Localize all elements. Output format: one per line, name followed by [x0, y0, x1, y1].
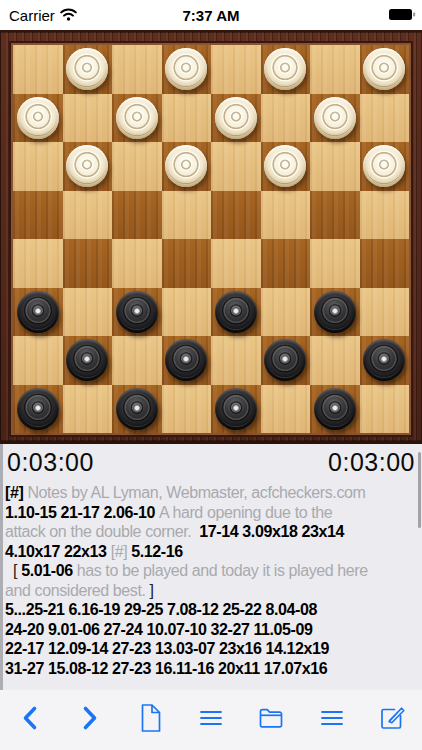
notation-line: 4.10x17 22x13 [#] 5.12-16	[5, 542, 422, 562]
square-r4c2[interactable]	[63, 191, 113, 240]
square-r7c6[interactable]	[261, 336, 311, 385]
square-r7c8[interactable]	[360, 336, 410, 385]
black-piece[interactable]	[314, 291, 356, 333]
move-text: [#]	[5, 484, 27, 501]
square-r1c2[interactable]	[63, 45, 113, 94]
square-r6c3[interactable]	[112, 288, 162, 337]
list-icon	[197, 706, 225, 730]
square-r8c7[interactable]	[310, 385, 360, 434]
white-clock: 0:03:00	[7, 448, 94, 477]
notation-line: 5...25-21 6.16-19 29-25 7.08-12 25-22 8.…	[5, 600, 422, 620]
square-r2c1[interactable]	[13, 94, 63, 143]
white-piece[interactable]	[66, 48, 108, 90]
square-r1c8[interactable]	[360, 45, 410, 94]
square-r8c4[interactable]	[162, 385, 212, 434]
annotation-text: attack on the double corner.	[5, 523, 191, 540]
forward-button[interactable]	[68, 696, 112, 740]
white-piece[interactable]	[264, 48, 306, 90]
annotation-text: A hard opening due to the	[159, 504, 332, 521]
black-piece[interactable]	[363, 339, 405, 381]
black-piece[interactable]	[264, 339, 306, 381]
square-r2c6[interactable]	[261, 94, 311, 143]
black-piece[interactable]	[17, 291, 59, 333]
square-r8c8[interactable]	[360, 385, 410, 434]
square-r5c7[interactable]	[310, 239, 360, 288]
square-r6c1[interactable]	[13, 288, 63, 337]
white-piece[interactable]	[17, 97, 59, 139]
white-piece[interactable]	[215, 97, 257, 139]
square-r3c5[interactable]	[211, 142, 261, 191]
white-piece[interactable]	[66, 145, 108, 187]
square-r4c7[interactable]	[310, 191, 360, 240]
square-r6c8[interactable]	[360, 288, 410, 337]
checkers-board	[0, 30, 422, 444]
square-r7c5[interactable]	[211, 336, 261, 385]
black-piece[interactable]	[165, 339, 207, 381]
square-r2c2[interactable]	[63, 94, 113, 143]
black-piece[interactable]	[215, 388, 257, 430]
square-r2c8[interactable]	[360, 94, 410, 143]
square-r5c2[interactable]	[63, 239, 113, 288]
notation-line: [ 5.01-06 has to be played and today it …	[5, 561, 422, 581]
square-r1c3[interactable]	[112, 45, 162, 94]
notation-line: 24-20 9.01-06 27-24 10.07-10 32-27 11.05…	[5, 620, 422, 640]
move-text: 31-27 15.08-12 27-23 16.11-16 20x11 17.0…	[5, 660, 327, 677]
square-r7c4[interactable]	[162, 336, 212, 385]
black-clock: 0:03:00	[328, 448, 415, 477]
white-piece[interactable]	[314, 97, 356, 139]
move-text: 5.12-16	[127, 543, 183, 560]
square-r8c3[interactable]	[112, 385, 162, 434]
square-r6c2[interactable]	[63, 288, 113, 337]
square-r2c3[interactable]	[112, 94, 162, 143]
white-piece[interactable]	[116, 97, 158, 139]
notation-line: 1.10-15 21-17 2.06-10 A hard opening due…	[5, 503, 422, 523]
compose-button[interactable]	[370, 696, 414, 740]
pane-edge-divider	[0, 444, 3, 697]
square-r8c2[interactable]	[63, 385, 113, 434]
annotation-text: Notes by AL Lyman, Webmaster, acfchecker…	[27, 484, 365, 501]
move-text: 22-17 12.09-14 27-23 13.03-07 23x16 14.1…	[5, 640, 329, 657]
square-r7c1[interactable]	[13, 336, 63, 385]
square-r4c5[interactable]	[211, 191, 261, 240]
square-r6c4[interactable]	[162, 288, 212, 337]
square-r2c4[interactable]	[162, 94, 212, 143]
square-r5c5[interactable]	[211, 239, 261, 288]
square-r4c8[interactable]	[360, 191, 410, 240]
move-text: [	[5, 562, 21, 579]
move-text: 24-20 9.01-06 27-24 10.07-10 32-27 11.05…	[5, 621, 313, 638]
square-r1c1[interactable]	[13, 45, 63, 94]
black-piece[interactable]	[116, 291, 158, 333]
square-r7c7[interactable]	[310, 336, 360, 385]
square-r4c4[interactable]	[162, 191, 212, 240]
folder-icon	[257, 706, 285, 730]
list-icon	[318, 706, 346, 730]
white-piece[interactable]	[363, 145, 405, 187]
open-folder-button[interactable]	[249, 696, 293, 740]
square-r4c3[interactable]	[112, 191, 162, 240]
screen: Carrier 7:37 AM 0:03:00 0:03:00	[0, 0, 422, 750]
bottom-toolbar	[0, 690, 422, 750]
square-r1c6[interactable]	[261, 45, 311, 94]
notation[interactable]: [#] Notes by AL Lyman, Webmaster, acfche…	[5, 483, 422, 678]
notation-line: 31-27 15.08-12 27-23 16.11-16 20x11 17.0…	[5, 659, 422, 679]
square-r3c8[interactable]	[360, 142, 410, 191]
square-r6c5[interactable]	[211, 288, 261, 337]
black-piece[interactable]	[17, 388, 59, 430]
square-r5c4[interactable]	[162, 239, 212, 288]
game-clocks: 0:03:00 0:03:00	[0, 444, 422, 480]
square-r5c8[interactable]	[360, 239, 410, 288]
square-r3c6[interactable]	[261, 142, 311, 191]
chevron-left-icon	[19, 705, 41, 731]
square-r2c5[interactable]	[211, 94, 261, 143]
square-r6c7[interactable]	[310, 288, 360, 337]
document-icon	[138, 703, 164, 733]
square-r5c3[interactable]	[112, 239, 162, 288]
notation-line: and considered best. ]	[5, 581, 422, 601]
square-r3c7[interactable]	[310, 142, 360, 191]
move-text: 17-14 3.09x18 23x14	[191, 523, 344, 540]
square-r8c6[interactable]	[261, 385, 311, 434]
move-text: 1.10-15 21-17 2.06-10	[5, 504, 159, 521]
clock-time: 7:37 AM	[0, 7, 422, 24]
battery-icon	[388, 8, 416, 21]
square-r7c3[interactable]	[112, 336, 162, 385]
notation-line: 22-17 12.09-14 27-23 13.03-07 23x16 14.1…	[5, 639, 422, 659]
move-text: 5.01-06	[21, 562, 77, 579]
white-piece[interactable]	[264, 145, 306, 187]
square-r8c1[interactable]	[13, 385, 63, 434]
square-r3c4[interactable]	[162, 142, 212, 191]
notation-line: attack on the double corner. 17-14 3.09x…	[5, 522, 422, 542]
white-piece[interactable]	[363, 48, 405, 90]
notation-line: [#] Notes by AL Lyman, Webmaster, acfche…	[5, 483, 422, 503]
square-r4c1[interactable]	[13, 191, 63, 240]
games-list-button[interactable]	[310, 696, 354, 740]
square-r8c5[interactable]	[211, 385, 261, 434]
move-text: 4.10x17 22x13	[5, 543, 111, 560]
moves-list-button[interactable]	[189, 696, 233, 740]
annotation-text: and considered best.	[5, 582, 150, 599]
compose-icon	[378, 704, 406, 732]
move-text: 5...25-21 6.16-19 29-25 7.08-12 25-22 8.…	[5, 601, 317, 618]
black-piece[interactable]	[66, 339, 108, 381]
square-r6c6[interactable]	[261, 288, 311, 337]
square-r5c6[interactable]	[261, 239, 311, 288]
square-r7c2[interactable]	[63, 336, 113, 385]
annotation-text: has to be played and today it is played …	[77, 562, 368, 579]
white-piece[interactable]	[165, 48, 207, 90]
square-r1c5[interactable]	[211, 45, 261, 94]
back-button[interactable]	[8, 696, 52, 740]
black-piece[interactable]	[215, 291, 257, 333]
new-document-button[interactable]	[129, 696, 173, 740]
white-piece[interactable]	[165, 145, 207, 187]
square-r3c1[interactable]	[13, 142, 63, 191]
black-piece[interactable]	[314, 388, 356, 430]
status-bar: Carrier 7:37 AM	[0, 0, 422, 30]
square-r3c3[interactable]	[112, 142, 162, 191]
square-r2c7[interactable]	[310, 94, 360, 143]
square-r4c6[interactable]	[261, 191, 311, 240]
square-r5c1[interactable]	[13, 239, 63, 288]
annotation-text: [#]	[111, 543, 128, 560]
black-piece[interactable]	[116, 388, 158, 430]
square-r3c2[interactable]	[63, 142, 113, 191]
square-r1c4[interactable]	[162, 45, 212, 94]
square-r1c7[interactable]	[310, 45, 360, 94]
chevron-right-icon	[79, 705, 101, 731]
move-text: ]	[150, 582, 154, 599]
board-grid	[13, 45, 409, 433]
